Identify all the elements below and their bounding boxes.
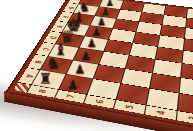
black-pawn: ♟ [59,78,87,91]
rank-label-text: 6 [94,99,105,105]
square-a5 [117,84,149,105]
square-c6 [99,52,128,69]
black-pawn: ♟ [73,50,98,62]
black-pawn: ♟ [67,64,94,76]
square-d6 [104,40,132,55]
black-pawn: ♟ [85,27,108,38]
rank-label-text: 8 [37,89,48,94]
square-b3 [180,78,193,98]
rank-label-text: 7 [65,94,76,99]
square-b6 [94,65,125,83]
square-b4 [150,73,180,93]
square-c4 [153,59,182,77]
photo-stage: H♜♟G♞♟F♝♟E♚♟D♛♟C♝♟B♞♟A♜♟87654321 [0,0,193,131]
rank-label-text: 4 [155,110,166,116]
black-pawn: ♟ [80,38,104,49]
rank-label-text: 3 [187,115,193,121]
black-rook: ♜ [32,72,60,87]
rank-label-text: 5 [124,104,135,110]
